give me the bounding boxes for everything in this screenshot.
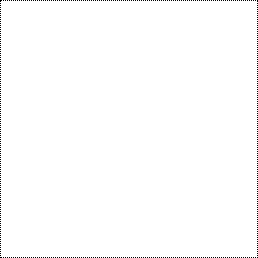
chess-diagram — [0, 0, 258, 258]
chess-board — [0, 0, 258, 258]
